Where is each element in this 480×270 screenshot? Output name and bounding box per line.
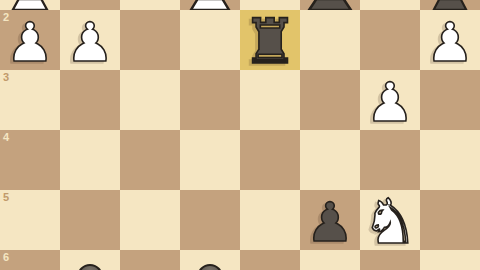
black-pawn-c5[interactable]: ♟ bbox=[300, 190, 360, 250]
square-f4[interactable] bbox=[120, 130, 180, 190]
square-h2[interactable]: 2♟ bbox=[0, 10, 60, 70]
square-b6[interactable] bbox=[360, 250, 420, 270]
square-h6[interactable]: 6 bbox=[0, 250, 60, 270]
square-e5[interactable] bbox=[180, 190, 240, 250]
square-h5[interactable]: 5 bbox=[0, 190, 60, 250]
chess-board[interactable]: 2♟♟♜♟3♟45♟♞6 bbox=[0, 0, 480, 270]
white-knight-b5[interactable]: ♞ bbox=[360, 190, 420, 250]
square-c5[interactable]: ♟ bbox=[300, 190, 360, 250]
rank-label-6: 6 bbox=[3, 251, 9, 263]
rank-label-5: 5 bbox=[3, 191, 9, 203]
square-c3[interactable] bbox=[300, 70, 360, 130]
square-e2[interactable] bbox=[180, 10, 240, 70]
square-g3[interactable] bbox=[60, 70, 120, 130]
square-h3[interactable]: 3 bbox=[0, 70, 60, 130]
square-f2[interactable] bbox=[120, 10, 180, 70]
square-b1[interactable] bbox=[360, 0, 420, 10]
square-e3[interactable] bbox=[180, 70, 240, 130]
square-c1[interactable] bbox=[300, 0, 360, 10]
white-pawn-a2[interactable]: ♟ bbox=[420, 10, 480, 70]
square-g1[interactable] bbox=[60, 0, 120, 10]
square-g2[interactable]: ♟ bbox=[60, 10, 120, 70]
square-h1[interactable] bbox=[0, 0, 60, 10]
black-piece-top-cutoff-e6 bbox=[197, 264, 223, 270]
black-rook-d2[interactable]: ♜ bbox=[240, 10, 300, 70]
square-b2[interactable] bbox=[360, 10, 420, 70]
square-d6[interactable] bbox=[240, 250, 300, 270]
square-d5[interactable] bbox=[240, 190, 300, 250]
square-a1[interactable] bbox=[420, 0, 480, 10]
square-e1[interactable] bbox=[180, 0, 240, 10]
square-a5[interactable] bbox=[420, 190, 480, 250]
square-c6[interactable] bbox=[300, 250, 360, 270]
square-g4[interactable] bbox=[60, 130, 120, 190]
white-piece-base-cutoff-e1 bbox=[189, 0, 231, 10]
square-e6[interactable] bbox=[180, 250, 240, 270]
square-g6[interactable] bbox=[60, 250, 120, 270]
square-a3[interactable] bbox=[420, 70, 480, 130]
square-c2[interactable] bbox=[300, 10, 360, 70]
white-pawn-h2[interactable]: ♟ bbox=[0, 10, 60, 70]
white-pawn-g2[interactable]: ♟ bbox=[60, 10, 120, 70]
chess-board-viewport: 2♟♟♜♟3♟45♟♞6 bbox=[0, 0, 480, 270]
square-a2[interactable]: ♟ bbox=[420, 10, 480, 70]
square-b4[interactable] bbox=[360, 130, 420, 190]
square-b5[interactable]: ♞ bbox=[360, 190, 420, 250]
square-a4[interactable] bbox=[420, 130, 480, 190]
square-f5[interactable] bbox=[120, 190, 180, 250]
white-piece-base-cutoff-h1 bbox=[11, 0, 49, 10]
square-g5[interactable] bbox=[60, 190, 120, 250]
black-piece-base-cutoff-a1 bbox=[432, 0, 468, 10]
square-d2-last-move-highlight[interactable]: ♜ bbox=[240, 10, 300, 70]
square-a6[interactable] bbox=[420, 250, 480, 270]
square-e4[interactable] bbox=[180, 130, 240, 190]
square-f6[interactable] bbox=[120, 250, 180, 270]
square-d4[interactable] bbox=[240, 130, 300, 190]
rank-label-3: 3 bbox=[3, 71, 9, 83]
white-pawn-b3[interactable]: ♟ bbox=[360, 70, 420, 130]
square-d3[interactable] bbox=[240, 70, 300, 130]
rank-label-4: 4 bbox=[3, 131, 9, 143]
black-piece-base-cutoff-c1 bbox=[307, 0, 353, 10]
square-c4[interactable] bbox=[300, 130, 360, 190]
square-h4[interactable]: 4 bbox=[0, 130, 60, 190]
square-f1[interactable] bbox=[120, 0, 180, 10]
square-b3[interactable]: ♟ bbox=[360, 70, 420, 130]
square-f3[interactable] bbox=[120, 70, 180, 130]
black-piece-top-cutoff-g6 bbox=[77, 264, 103, 270]
